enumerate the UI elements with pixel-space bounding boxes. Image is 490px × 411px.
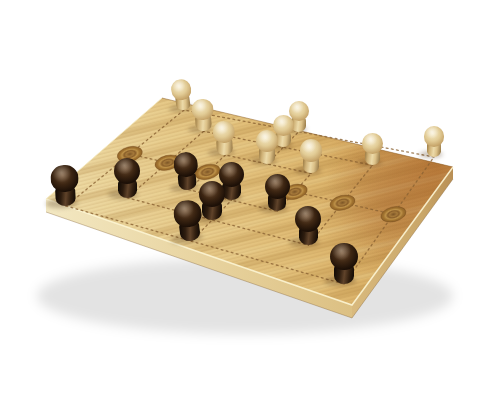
peg-head	[330, 243, 357, 270]
peg-head	[273, 115, 294, 136]
peg-head	[424, 126, 444, 146]
peg-head	[300, 139, 323, 162]
peg-head	[212, 120, 236, 144]
peg-head	[362, 133, 383, 154]
morris-board-scene	[0, 0, 490, 411]
peg-head	[199, 181, 225, 207]
peg-head	[173, 151, 200, 178]
peg-head	[265, 174, 290, 199]
pegs-layer	[0, 0, 490, 411]
peg-head	[256, 130, 279, 153]
